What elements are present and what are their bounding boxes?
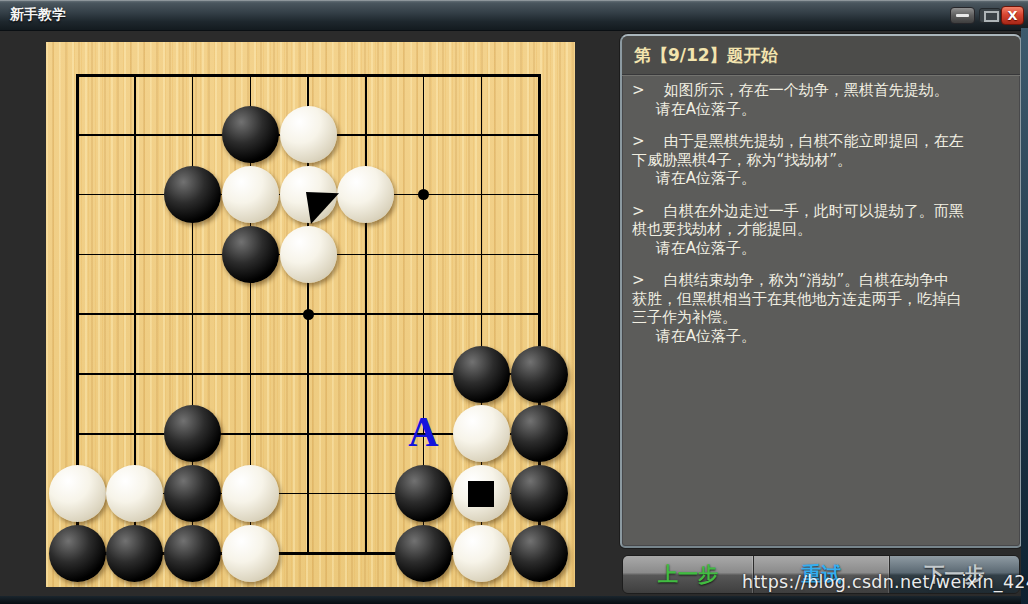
application-window: 新手教学 X A 第【9/12】题开始 > 如图所示，存在一个劫争，黑棋首先提劫…	[0, 0, 1028, 604]
tutorial-paragraph: > 由于是黑棋先提劫，白棋不能立即提回，在左下威胁黑棋4子，称为“找劫材”。 请…	[632, 132, 1012, 188]
tutorial-line: > 由于是黑棋先提劫，白棋不能立即提回，在左	[632, 132, 1012, 151]
black-stone	[511, 465, 568, 522]
black-stone	[511, 525, 568, 582]
white-stone	[280, 106, 337, 163]
white-stone	[453, 405, 510, 462]
tutorial-line: 请在A位落子。	[632, 100, 1012, 119]
black-stone	[511, 346, 568, 403]
star-point	[418, 189, 429, 200]
previous-step-button[interactable]: 上一步	[623, 556, 754, 593]
tutorial-line: > 如图所示，存在一个劫争，黑棋首先提劫。	[632, 81, 1012, 100]
go-board[interactable]: A	[46, 42, 575, 587]
tutorial-line: 请在A位落子。	[632, 169, 1012, 188]
maximize-button[interactable]	[979, 8, 1001, 23]
tutorial-line: > 白棋结束劫争，称为“消劫”。白棋在劫争中	[632, 271, 1012, 290]
black-stone	[511, 405, 568, 462]
black-stone	[164, 465, 221, 522]
tutorial-panel: 第【9/12】题开始 > 如图所示，存在一个劫争，黑棋首先提劫。 请在A位落子。…	[620, 34, 1022, 548]
lesson-title: 第【9/12】题开始	[622, 36, 1020, 75]
tutorial-line: 棋也要找劫材，才能提回。	[632, 220, 1012, 239]
tutorial-line: 三子作为补偿。	[632, 308, 1012, 327]
tutorial-paragraph: > 白棋结束劫争，称为“消劫”。白棋在劫争中获胜，但黑棋相当于在其他地方连走两手…	[632, 271, 1012, 345]
black-stone	[222, 106, 279, 163]
black-stone	[164, 405, 221, 462]
point-label-a[interactable]: A	[404, 413, 444, 453]
white-stone	[222, 465, 279, 522]
black-stone	[395, 465, 452, 522]
window-titlebar: 新手教学 X	[0, 0, 1028, 30]
tutorial-line: 请在A位落子。	[632, 327, 1012, 346]
black-stone	[222, 226, 279, 283]
white-stone	[106, 465, 163, 522]
white-stone	[222, 525, 279, 582]
black-stone	[164, 525, 221, 582]
watermark-url: https://blog.csdn.net/weixin_42466634	[742, 572, 1028, 592]
maximize-icon	[984, 11, 999, 22]
minimize-button[interactable]	[950, 7, 975, 24]
tutorial-line: 请在A位落子。	[632, 239, 1012, 258]
tutorial-text: > 如图所示，存在一个劫争，黑棋首先提劫。 请在A位落子。> 由于是黑棋先提劫，…	[622, 75, 1020, 541]
tutorial-line: 下威胁黑棋4子，称为“找劫材”。	[632, 151, 1012, 170]
white-stone	[337, 166, 394, 223]
square-marker	[468, 481, 494, 507]
black-stone	[395, 525, 452, 582]
close-button[interactable]: X	[1001, 6, 1024, 25]
white-stone	[49, 465, 106, 522]
black-stone	[106, 525, 163, 582]
window-bottom-border	[0, 596, 1028, 604]
window-right-border	[1021, 28, 1028, 604]
tutorial-paragraph: > 白棋在外边走过一手，此时可以提劫了。而黑棋也要找劫材，才能提回。 请在A位落…	[632, 202, 1012, 258]
board-gridline	[365, 74, 367, 555]
tutorial-line: > 白棋在外边走过一手，此时可以提劫了。而黑	[632, 202, 1012, 221]
black-stone	[453, 346, 510, 403]
minimize-icon	[956, 14, 969, 17]
window-title: 新手教学	[10, 0, 66, 29]
white-stone	[280, 226, 337, 283]
star-point	[303, 309, 314, 320]
black-stone	[164, 166, 221, 223]
black-stone	[49, 525, 106, 582]
white-stone	[453, 525, 510, 582]
white-stone	[222, 166, 279, 223]
tutorial-line: 获胜，但黑棋相当于在其他地方连走两手，吃掉白	[632, 290, 1012, 309]
tutorial-paragraph: > 如图所示，存在一个劫争，黑棋首先提劫。 请在A位落子。	[632, 81, 1012, 118]
